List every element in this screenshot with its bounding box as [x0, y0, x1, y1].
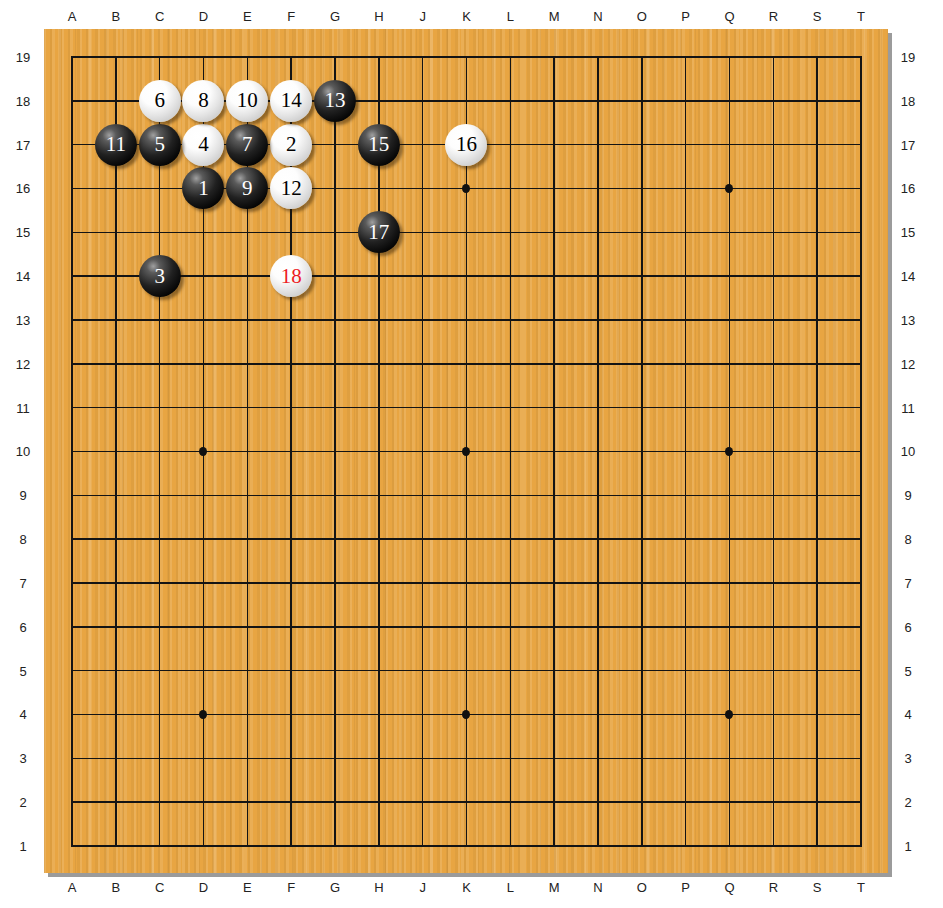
row-label-left-10: 10: [16, 444, 30, 459]
stone-white-16[interactable]: 16: [445, 124, 487, 166]
intersection-E18[interactable]: 10: [225, 79, 269, 123]
stone-white-2[interactable]: 2: [270, 124, 312, 166]
stone-black-11[interactable]: 11: [95, 124, 137, 166]
column-label-bottom-F: F: [287, 880, 295, 895]
move-number: 1: [182, 167, 224, 210]
row-label-left-8: 8: [19, 532, 26, 547]
column-label-bottom-C: C: [155, 880, 164, 895]
column-label-top-G: G: [330, 9, 340, 24]
move-number: 10: [226, 79, 268, 122]
intersection-F16[interactable]: 12: [269, 167, 313, 211]
column-label-top-H: H: [374, 9, 383, 24]
move-number: 18: [270, 255, 312, 298]
intersection-E16[interactable]: 9: [225, 167, 269, 211]
row-label-left-13: 13: [16, 312, 30, 327]
intersection-F14[interactable]: 18: [269, 254, 313, 298]
column-label-bottom-R: R: [769, 880, 778, 895]
row-label-left-3: 3: [19, 751, 26, 766]
stone-black-3[interactable]: 3: [139, 255, 181, 297]
intersection-D16[interactable]: 1: [182, 167, 226, 211]
column-label-top-E: E: [243, 9, 252, 24]
stone-black-15[interactable]: 15: [358, 124, 400, 166]
row-label-right-12: 12: [901, 356, 915, 371]
row-label-left-9: 9: [19, 488, 26, 503]
row-label-right-14: 14: [901, 269, 915, 284]
intersection-C14[interactable]: 3: [138, 254, 182, 298]
row-label-left-15: 15: [16, 225, 30, 240]
column-label-top-C: C: [155, 9, 164, 24]
row-label-right-7: 7: [904, 575, 911, 590]
column-label-bottom-L: L: [507, 880, 514, 895]
row-label-left-11: 11: [16, 400, 30, 415]
row-label-right-11: 11: [901, 400, 915, 415]
stone-white-14[interactable]: 14: [270, 80, 312, 122]
intersection-D17[interactable]: 4: [182, 123, 226, 167]
row-label-right-16: 16: [901, 181, 915, 196]
row-label-right-6: 6: [904, 619, 911, 634]
stone-black-7[interactable]: 7: [226, 124, 268, 166]
intersection-D18[interactable]: 8: [182, 79, 226, 123]
stone-black-5[interactable]: 5: [139, 124, 181, 166]
column-label-top-A: A: [68, 9, 77, 24]
column-label-bottom-H: H: [374, 880, 383, 895]
column-label-bottom-S: S: [813, 880, 822, 895]
row-label-right-17: 17: [901, 137, 915, 152]
stone-black-17[interactable]: 17: [358, 211, 400, 253]
stone-black-9[interactable]: 9: [226, 167, 268, 209]
intersection-H15[interactable]: 17: [357, 210, 401, 254]
column-label-bottom-P: P: [681, 880, 690, 895]
stone-white-18[interactable]: 18: [270, 255, 312, 297]
row-label-right-1: 1: [904, 838, 911, 853]
intersection-C18[interactable]: 6: [138, 79, 182, 123]
row-label-right-5: 5: [904, 663, 911, 678]
column-label-top-F: F: [287, 9, 295, 24]
row-label-right-15: 15: [901, 225, 915, 240]
row-label-left-19: 19: [16, 50, 30, 65]
intersection-H17[interactable]: 15: [357, 123, 401, 167]
column-label-bottom-J: J: [419, 880, 426, 895]
stone-white-12[interactable]: 12: [270, 167, 312, 209]
stone-white-10[interactable]: 10: [226, 80, 268, 122]
row-label-left-12: 12: [16, 356, 30, 371]
column-label-bottom-O: O: [637, 880, 647, 895]
move-number: 3: [139, 255, 181, 298]
row-label-right-13: 13: [901, 312, 915, 327]
column-label-top-N: N: [593, 9, 602, 24]
row-label-left-7: 7: [19, 575, 26, 590]
row-label-right-10: 10: [901, 444, 915, 459]
intersection-B17[interactable]: 11: [94, 123, 138, 167]
move-number: 5: [139, 123, 181, 166]
intersection-E17[interactable]: 7: [225, 123, 269, 167]
column-label-bottom-D: D: [199, 880, 208, 895]
row-label-left-16: 16: [16, 181, 30, 196]
row-label-left-18: 18: [16, 93, 30, 108]
row-label-left-1: 1: [19, 838, 26, 853]
row-label-right-18: 18: [901, 93, 915, 108]
stone-white-6[interactable]: 6: [139, 80, 181, 122]
column-label-top-M: M: [549, 9, 560, 24]
intersection-F18[interactable]: 14: [269, 79, 313, 123]
intersection-F17[interactable]: 2: [269, 123, 313, 167]
row-label-left-14: 14: [16, 269, 30, 284]
row-label-right-19: 19: [901, 50, 915, 65]
move-number: 11: [95, 123, 137, 166]
column-label-top-B: B: [111, 9, 120, 24]
stone-black-13[interactable]: 13: [314, 80, 356, 122]
column-label-top-T: T: [857, 9, 865, 24]
row-label-right-2: 2: [904, 795, 911, 810]
move-number: 17: [358, 211, 400, 254]
intersection-C17[interactable]: 5: [138, 123, 182, 167]
column-label-bottom-N: N: [593, 880, 602, 895]
column-label-bottom-M: M: [549, 880, 560, 895]
column-label-top-R: R: [769, 9, 778, 24]
column-label-top-D: D: [199, 9, 208, 24]
go-board[interactable]: 123456789101112131415161718: [44, 29, 888, 873]
row-label-right-8: 8: [904, 532, 911, 547]
column-label-top-S: S: [813, 9, 822, 24]
column-label-top-K: K: [462, 9, 471, 24]
intersection-G18[interactable]: 13: [313, 79, 357, 123]
stone-black-1[interactable]: 1: [182, 167, 224, 209]
row-label-left-17: 17: [16, 137, 30, 152]
board-grid: 123456789101112131415161718: [50, 35, 883, 868]
row-label-right-9: 9: [904, 488, 911, 503]
column-label-bottom-A: A: [68, 880, 77, 895]
row-label-left-6: 6: [19, 619, 26, 634]
move-number: 15: [358, 123, 400, 166]
row-label-right-3: 3: [904, 751, 911, 766]
row-label-left-5: 5: [19, 663, 26, 678]
move-number: 2: [270, 123, 312, 166]
column-label-top-P: P: [681, 9, 690, 24]
column-label-bottom-B: B: [111, 880, 120, 895]
column-label-bottom-E: E: [243, 880, 252, 895]
go-board-diagram: 123456789101112131415161718 AABBCCDDEEFF…: [0, 0, 943, 908]
move-number: 16: [445, 123, 487, 166]
row-label-left-4: 4: [19, 707, 26, 722]
column-label-bottom-G: G: [330, 880, 340, 895]
stone-white-4[interactable]: 4: [182, 124, 224, 166]
intersection-K17[interactable]: 16: [445, 123, 489, 167]
stone-white-8[interactable]: 8: [182, 80, 224, 122]
move-number: 8: [182, 79, 224, 122]
move-number: 9: [226, 167, 268, 210]
move-number: 13: [314, 79, 356, 122]
column-label-top-Q: Q: [724, 9, 734, 24]
row-label-left-2: 2: [19, 795, 26, 810]
move-number: 6: [139, 79, 181, 122]
column-label-top-J: J: [419, 9, 426, 24]
row-label-right-4: 4: [904, 707, 911, 722]
column-label-bottom-T: T: [857, 880, 865, 895]
column-label-top-O: O: [637, 9, 647, 24]
move-number: 14: [270, 79, 312, 122]
column-label-bottom-Q: Q: [724, 880, 734, 895]
column-label-top-L: L: [507, 9, 514, 24]
move-number: 12: [270, 167, 312, 210]
move-number: 7: [226, 123, 268, 166]
column-label-bottom-K: K: [462, 880, 471, 895]
move-number: 4: [182, 123, 224, 166]
